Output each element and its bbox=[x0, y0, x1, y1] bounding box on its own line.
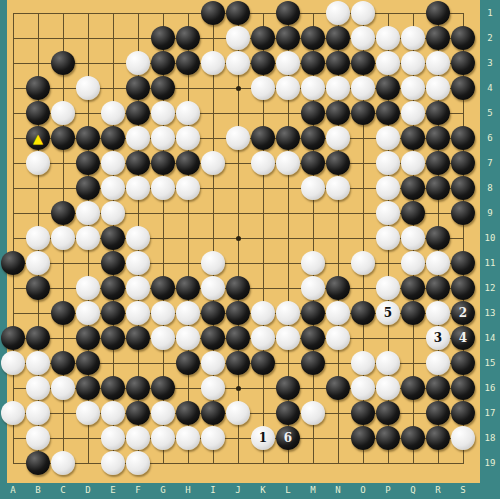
stone-M8[interactable] bbox=[301, 176, 325, 200]
stone-L4[interactable] bbox=[276, 76, 300, 100]
row-label-4: 4 bbox=[487, 83, 492, 93]
stone-R15[interactable] bbox=[426, 351, 450, 375]
star-point bbox=[236, 386, 241, 391]
stone-J12[interactable] bbox=[226, 276, 250, 300]
column-label-A: A bbox=[10, 485, 15, 495]
row-label-11: 11 bbox=[485, 258, 496, 268]
stone-H14[interactable] bbox=[176, 326, 200, 350]
stone-H6[interactable] bbox=[176, 126, 200, 150]
stone-M17[interactable] bbox=[301, 401, 325, 425]
stone-S2[interactable] bbox=[451, 26, 475, 50]
stone-M5[interactable] bbox=[301, 101, 325, 125]
stone-K3[interactable] bbox=[251, 51, 275, 75]
stone-B6[interactable]: ▲ bbox=[26, 126, 50, 150]
stone-L17[interactable] bbox=[276, 401, 300, 425]
stone-D4[interactable] bbox=[76, 76, 100, 100]
stone-E19[interactable] bbox=[101, 451, 125, 475]
stone-L6[interactable] bbox=[276, 126, 300, 150]
stone-I13[interactable] bbox=[201, 301, 225, 325]
stone-S4[interactable] bbox=[451, 76, 475, 100]
column-label-N: N bbox=[335, 485, 340, 495]
stone-B16[interactable] bbox=[26, 376, 50, 400]
stone-I18[interactable] bbox=[201, 426, 225, 450]
column-label-O: O bbox=[360, 485, 365, 495]
stone-D7[interactable] bbox=[76, 151, 100, 175]
stone-H8[interactable] bbox=[176, 176, 200, 200]
stone-G5[interactable] bbox=[151, 101, 175, 125]
stone-J14[interactable] bbox=[226, 326, 250, 350]
move-number-label: 4 bbox=[459, 332, 467, 344]
column-label-Q: Q bbox=[410, 485, 415, 495]
stone-B5[interactable] bbox=[26, 101, 50, 125]
column-label-B: B bbox=[35, 485, 40, 495]
stone-E10[interactable] bbox=[101, 226, 125, 250]
stone-L2[interactable] bbox=[276, 26, 300, 50]
stone-G14[interactable] bbox=[151, 326, 175, 350]
row-label-1: 1 bbox=[487, 8, 492, 18]
go-board[interactable]: ▲523416 ABCDEFGHIJKLMNOPQRS1234567891011… bbox=[0, 0, 500, 499]
stone-R2[interactable] bbox=[426, 26, 450, 50]
stone-P7[interactable] bbox=[376, 151, 400, 175]
stone-L7[interactable] bbox=[276, 151, 300, 175]
stone-S14[interactable]: 4 bbox=[451, 326, 475, 350]
stone-S11[interactable] bbox=[451, 251, 475, 275]
stone-I15[interactable] bbox=[201, 351, 225, 375]
stone-M3[interactable] bbox=[301, 51, 325, 75]
row-label-17: 17 bbox=[485, 408, 496, 418]
stone-C5[interactable] bbox=[51, 101, 75, 125]
stone-P13[interactable]: 5 bbox=[376, 301, 400, 325]
stone-N1[interactable] bbox=[326, 1, 350, 25]
stone-R18[interactable] bbox=[426, 426, 450, 450]
stone-B19[interactable] bbox=[26, 451, 50, 475]
stone-K7[interactable] bbox=[251, 151, 275, 175]
stone-P18[interactable] bbox=[376, 426, 400, 450]
stone-M11[interactable] bbox=[301, 251, 325, 275]
stone-D16[interactable] bbox=[76, 376, 100, 400]
row-label-2: 2 bbox=[487, 33, 492, 43]
board-bottom-border bbox=[0, 483, 500, 499]
stone-O16[interactable] bbox=[351, 376, 375, 400]
stone-H5[interactable] bbox=[176, 101, 200, 125]
stone-O11[interactable] bbox=[351, 251, 375, 275]
stone-P5[interactable] bbox=[376, 101, 400, 125]
stone-O18[interactable] bbox=[351, 426, 375, 450]
row-label-7: 7 bbox=[487, 158, 492, 168]
row-label-6: 6 bbox=[487, 133, 492, 143]
stone-Q7[interactable] bbox=[401, 151, 425, 175]
stone-F5[interactable] bbox=[126, 101, 150, 125]
stone-P9[interactable] bbox=[376, 201, 400, 225]
stone-R14[interactable]: 3 bbox=[426, 326, 450, 350]
stone-R8[interactable] bbox=[426, 176, 450, 200]
stone-N13[interactable] bbox=[326, 301, 350, 325]
stone-L13[interactable] bbox=[276, 301, 300, 325]
stone-A14[interactable] bbox=[1, 326, 25, 350]
stone-B18[interactable] bbox=[26, 426, 50, 450]
column-label-M: M bbox=[310, 485, 315, 495]
stone-B12[interactable] bbox=[26, 276, 50, 300]
stone-S16[interactable] bbox=[451, 376, 475, 400]
stone-P6[interactable] bbox=[376, 126, 400, 150]
row-label-13: 13 bbox=[485, 308, 496, 318]
stone-K6[interactable] bbox=[251, 126, 275, 150]
column-label-E: E bbox=[110, 485, 115, 495]
stone-O13[interactable] bbox=[351, 301, 375, 325]
stone-O15[interactable] bbox=[351, 351, 375, 375]
stone-H13[interactable] bbox=[176, 301, 200, 325]
stone-F11[interactable] bbox=[126, 251, 150, 275]
stone-N3[interactable] bbox=[326, 51, 350, 75]
stone-G4[interactable] bbox=[151, 76, 175, 100]
stone-S12[interactable] bbox=[451, 276, 475, 300]
stone-Q16[interactable] bbox=[401, 376, 425, 400]
stone-R5[interactable] bbox=[426, 101, 450, 125]
stone-G17[interactable] bbox=[151, 401, 175, 425]
stone-C13[interactable] bbox=[51, 301, 75, 325]
column-label-K: K bbox=[260, 485, 265, 495]
stone-S15[interactable] bbox=[451, 351, 475, 375]
star-point bbox=[236, 236, 241, 241]
column-label-L: L bbox=[285, 485, 290, 495]
stone-R3[interactable] bbox=[426, 51, 450, 75]
stone-F13[interactable] bbox=[126, 301, 150, 325]
stone-C3[interactable] bbox=[51, 51, 75, 75]
stone-F19[interactable] bbox=[126, 451, 150, 475]
stone-L3[interactable] bbox=[276, 51, 300, 75]
stone-Q4[interactable] bbox=[401, 76, 425, 100]
stone-M4[interactable] bbox=[301, 76, 325, 100]
stone-H18[interactable] bbox=[176, 426, 200, 450]
stone-O2[interactable] bbox=[351, 26, 375, 50]
stone-D10[interactable] bbox=[76, 226, 100, 250]
stone-Q12[interactable] bbox=[401, 276, 425, 300]
stone-G18[interactable] bbox=[151, 426, 175, 450]
column-label-S: S bbox=[460, 485, 465, 495]
stone-P17[interactable] bbox=[376, 401, 400, 425]
stone-D8[interactable] bbox=[76, 176, 100, 200]
stone-R1[interactable] bbox=[426, 1, 450, 25]
stone-J13[interactable] bbox=[226, 301, 250, 325]
stone-K18[interactable]: 1 bbox=[251, 426, 275, 450]
column-label-P: P bbox=[385, 485, 390, 495]
stone-I16[interactable] bbox=[201, 376, 225, 400]
move-number-label: 3 bbox=[434, 332, 442, 344]
stone-Q3[interactable] bbox=[401, 51, 425, 75]
stone-L14[interactable] bbox=[276, 326, 300, 350]
stone-R11[interactable] bbox=[426, 251, 450, 275]
stone-G3[interactable] bbox=[151, 51, 175, 75]
stone-D12[interactable] bbox=[76, 276, 100, 300]
stone-J1[interactable] bbox=[226, 1, 250, 25]
stone-F8[interactable] bbox=[126, 176, 150, 200]
stone-F7[interactable] bbox=[126, 151, 150, 175]
board-right-border bbox=[480, 0, 500, 499]
stone-E12[interactable] bbox=[101, 276, 125, 300]
stone-I14[interactable] bbox=[201, 326, 225, 350]
stone-H7[interactable] bbox=[176, 151, 200, 175]
stone-C19[interactable] bbox=[51, 451, 75, 475]
stone-L16[interactable] bbox=[276, 376, 300, 400]
stone-D6[interactable] bbox=[76, 126, 100, 150]
stone-B4[interactable] bbox=[26, 76, 50, 100]
stone-M2[interactable] bbox=[301, 26, 325, 50]
stone-E13[interactable] bbox=[101, 301, 125, 325]
stone-N5[interactable] bbox=[326, 101, 350, 125]
row-label-18: 18 bbox=[485, 433, 496, 443]
move-number-label: 2 bbox=[459, 307, 467, 319]
stone-H17[interactable] bbox=[176, 401, 200, 425]
stone-F6[interactable] bbox=[126, 126, 150, 150]
row-label-5: 5 bbox=[487, 108, 492, 118]
stone-E9[interactable] bbox=[101, 201, 125, 225]
stone-G6[interactable] bbox=[151, 126, 175, 150]
stone-I11[interactable] bbox=[201, 251, 225, 275]
stone-J6[interactable] bbox=[226, 126, 250, 150]
stone-R12[interactable] bbox=[426, 276, 450, 300]
stone-D9[interactable] bbox=[76, 201, 100, 225]
stone-E7[interactable] bbox=[101, 151, 125, 175]
stone-S9[interactable] bbox=[451, 201, 475, 225]
stone-F18[interactable] bbox=[126, 426, 150, 450]
stone-O1[interactable] bbox=[351, 1, 375, 25]
stone-E16[interactable] bbox=[101, 376, 125, 400]
stone-J15[interactable] bbox=[226, 351, 250, 375]
board-left-border bbox=[0, 0, 7, 499]
row-label-9: 9 bbox=[487, 208, 492, 218]
stone-I1[interactable] bbox=[201, 1, 225, 25]
stone-H3[interactable] bbox=[176, 51, 200, 75]
stone-S17[interactable] bbox=[451, 401, 475, 425]
stone-Q5[interactable] bbox=[401, 101, 425, 125]
stone-S18[interactable] bbox=[451, 426, 475, 450]
stone-B7[interactable] bbox=[26, 151, 50, 175]
stone-R13[interactable] bbox=[426, 301, 450, 325]
stone-B14[interactable] bbox=[26, 326, 50, 350]
stone-G7[interactable] bbox=[151, 151, 175, 175]
stone-Q10[interactable] bbox=[401, 226, 425, 250]
stone-N16[interactable] bbox=[326, 376, 350, 400]
move-number-label: 1 bbox=[259, 432, 267, 444]
stone-Q6[interactable] bbox=[401, 126, 425, 150]
stone-Q8[interactable] bbox=[401, 176, 425, 200]
stone-H12[interactable] bbox=[176, 276, 200, 300]
column-label-H: H bbox=[185, 485, 190, 495]
column-label-I: I bbox=[210, 485, 215, 495]
stone-C9[interactable] bbox=[51, 201, 75, 225]
stone-F10[interactable] bbox=[126, 226, 150, 250]
stone-F14[interactable] bbox=[126, 326, 150, 350]
stone-D14[interactable] bbox=[76, 326, 100, 350]
stone-J3[interactable] bbox=[226, 51, 250, 75]
stone-N14[interactable] bbox=[326, 326, 350, 350]
stone-I17[interactable] bbox=[201, 401, 225, 425]
stone-P2[interactable] bbox=[376, 26, 400, 50]
stone-J17[interactable] bbox=[226, 401, 250, 425]
row-label-12: 12 bbox=[485, 283, 496, 293]
stone-R10[interactable] bbox=[426, 226, 450, 250]
column-label-G: G bbox=[160, 485, 165, 495]
stone-S13[interactable]: 2 bbox=[451, 301, 475, 325]
stone-R4[interactable] bbox=[426, 76, 450, 100]
column-label-F: F bbox=[135, 485, 140, 495]
stone-F4[interactable] bbox=[126, 76, 150, 100]
stone-E18[interactable] bbox=[101, 426, 125, 450]
stone-L1[interactable] bbox=[276, 1, 300, 25]
column-label-R: R bbox=[435, 485, 440, 495]
stone-I7[interactable] bbox=[201, 151, 225, 175]
stone-L18[interactable]: 6 bbox=[276, 426, 300, 450]
stone-P16[interactable] bbox=[376, 376, 400, 400]
stone-S8[interactable] bbox=[451, 176, 475, 200]
stone-E14[interactable] bbox=[101, 326, 125, 350]
stone-I3[interactable] bbox=[201, 51, 225, 75]
stone-O3[interactable] bbox=[351, 51, 375, 75]
stone-G16[interactable] bbox=[151, 376, 175, 400]
stone-Q9[interactable] bbox=[401, 201, 425, 225]
stone-F3[interactable] bbox=[126, 51, 150, 75]
stone-C16[interactable] bbox=[51, 376, 75, 400]
star-point bbox=[236, 86, 241, 91]
stone-M15[interactable] bbox=[301, 351, 325, 375]
stone-D15[interactable] bbox=[76, 351, 100, 375]
stone-C6[interactable] bbox=[51, 126, 75, 150]
stone-C15[interactable] bbox=[51, 351, 75, 375]
triangle-marker: ▲ bbox=[33, 132, 43, 145]
stone-B10[interactable] bbox=[26, 226, 50, 250]
stone-D17[interactable] bbox=[76, 401, 100, 425]
stone-P15[interactable] bbox=[376, 351, 400, 375]
stone-P8[interactable] bbox=[376, 176, 400, 200]
stone-O17[interactable] bbox=[351, 401, 375, 425]
stone-K13[interactable] bbox=[251, 301, 275, 325]
stone-M6[interactable] bbox=[301, 126, 325, 150]
stone-E11[interactable] bbox=[101, 251, 125, 275]
row-label-15: 15 bbox=[485, 358, 496, 368]
stone-N2[interactable] bbox=[326, 26, 350, 50]
column-label-J: J bbox=[235, 485, 240, 495]
stone-E5[interactable] bbox=[101, 101, 125, 125]
stone-Q13[interactable] bbox=[401, 301, 425, 325]
row-label-14: 14 bbox=[485, 333, 496, 343]
stone-O4[interactable] bbox=[351, 76, 375, 100]
stone-J2[interactable] bbox=[226, 26, 250, 50]
stone-N4[interactable] bbox=[326, 76, 350, 100]
stone-K2[interactable] bbox=[251, 26, 275, 50]
stone-S7[interactable] bbox=[451, 151, 475, 175]
stone-P3[interactable] bbox=[376, 51, 400, 75]
stone-B11[interactable] bbox=[26, 251, 50, 275]
stone-M14[interactable] bbox=[301, 326, 325, 350]
stone-B15[interactable] bbox=[26, 351, 50, 375]
stone-F16[interactable] bbox=[126, 376, 150, 400]
stone-K14[interactable] bbox=[251, 326, 275, 350]
stone-S3[interactable] bbox=[451, 51, 475, 75]
stone-B17[interactable] bbox=[26, 401, 50, 425]
row-label-10: 10 bbox=[485, 233, 496, 243]
stone-E8[interactable] bbox=[101, 176, 125, 200]
stone-G12[interactable] bbox=[151, 276, 175, 300]
stone-C10[interactable] bbox=[51, 226, 75, 250]
stone-P4[interactable] bbox=[376, 76, 400, 100]
stone-K15[interactable] bbox=[251, 351, 275, 375]
stone-A17[interactable] bbox=[1, 401, 25, 425]
stone-S6[interactable] bbox=[451, 126, 475, 150]
move-number-label: 6 bbox=[284, 432, 292, 444]
stone-G13[interactable] bbox=[151, 301, 175, 325]
stone-R6[interactable] bbox=[426, 126, 450, 150]
stone-I12[interactable] bbox=[201, 276, 225, 300]
grid-line-horizontal bbox=[13, 463, 464, 464]
row-label-16: 16 bbox=[485, 383, 496, 393]
stone-O5[interactable] bbox=[351, 101, 375, 125]
stone-M13[interactable] bbox=[301, 301, 325, 325]
stone-Q2[interactable] bbox=[401, 26, 425, 50]
grid-line-horizontal bbox=[13, 263, 464, 264]
stone-F17[interactable] bbox=[126, 401, 150, 425]
stone-Q18[interactable] bbox=[401, 426, 425, 450]
stone-R17[interactable] bbox=[426, 401, 450, 425]
row-label-8: 8 bbox=[487, 183, 492, 193]
stone-N7[interactable] bbox=[326, 151, 350, 175]
stone-N8[interactable] bbox=[326, 176, 350, 200]
stone-E6[interactable] bbox=[101, 126, 125, 150]
row-label-19: 19 bbox=[485, 458, 496, 468]
stone-M12[interactable] bbox=[301, 276, 325, 300]
stone-N12[interactable] bbox=[326, 276, 350, 300]
stone-N6[interactable] bbox=[326, 126, 350, 150]
stone-A15[interactable] bbox=[1, 351, 25, 375]
stone-R16[interactable] bbox=[426, 376, 450, 400]
stone-P12[interactable] bbox=[376, 276, 400, 300]
stone-Q11[interactable] bbox=[401, 251, 425, 275]
stone-G2[interactable] bbox=[151, 26, 175, 50]
stone-A11[interactable] bbox=[1, 251, 25, 275]
column-label-D: D bbox=[85, 485, 90, 495]
stone-K4[interactable] bbox=[251, 76, 275, 100]
stone-H15[interactable] bbox=[176, 351, 200, 375]
stone-F12[interactable] bbox=[126, 276, 150, 300]
column-label-C: C bbox=[60, 485, 65, 495]
stone-R7[interactable] bbox=[426, 151, 450, 175]
stone-M7[interactable] bbox=[301, 151, 325, 175]
stone-E17[interactable] bbox=[101, 401, 125, 425]
stone-H2[interactable] bbox=[176, 26, 200, 50]
row-label-3: 3 bbox=[487, 58, 492, 68]
stone-P10[interactable] bbox=[376, 226, 400, 250]
move-number-label: 5 bbox=[384, 307, 392, 319]
stone-D13[interactable] bbox=[76, 301, 100, 325]
stone-G8[interactable] bbox=[151, 176, 175, 200]
